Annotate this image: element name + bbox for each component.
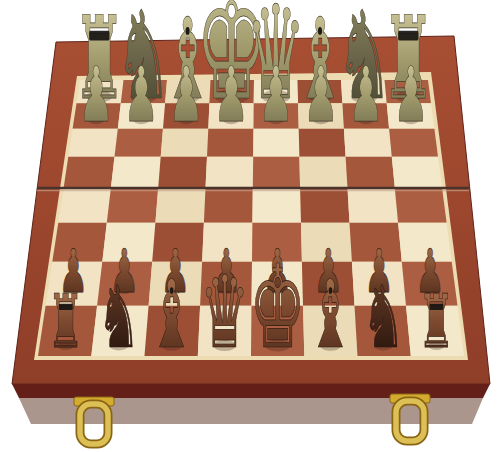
- square-h5[interactable]: [392, 157, 442, 188]
- bishop-finial: [318, 27, 322, 35]
- square-g4[interactable]: [348, 188, 399, 223]
- piece-glyph: ♝: [307, 260, 353, 369]
- rook-black-top: [89, 31, 109, 41]
- square-a4[interactable]: [58, 188, 111, 223]
- rook-black-top: [398, 31, 418, 41]
- piece-copper-rook-h1[interactable]: ♜: [418, 279, 454, 365]
- square-e5[interactable]: [253, 157, 300, 188]
- piece-brass-pawn-g7[interactable]: ♟: [348, 51, 383, 139]
- square-g5[interactable]: [346, 157, 395, 188]
- piece-copper-knight-b1[interactable]: ♞: [98, 268, 140, 367]
- piece-glyph: ♜: [48, 279, 84, 365]
- bishop-finial: [329, 287, 333, 294]
- piece-glyph: ♟: [303, 51, 338, 139]
- square-e4[interactable]: [252, 188, 301, 223]
- rook-black-top: [59, 304, 73, 310]
- chess-board: ♜♞♝♚♛♝♞♜♟♟♟♟♟♟♟♟♟♟♟♟♟♟♟♟♜♞♝♛♚♝♞♜: [0, 0, 500, 452]
- piece-glyph: ♟: [348, 51, 383, 139]
- piece-brass-pawn-b7[interactable]: ♟: [123, 51, 158, 139]
- piece-copper-queen-d1[interactable]: ♛: [200, 254, 249, 370]
- square-d5[interactable]: [206, 157, 254, 188]
- piece-copper-rook-a1[interactable]: ♜: [48, 279, 84, 365]
- piece-glyph: ♞: [98, 268, 140, 367]
- square-c5[interactable]: [158, 157, 207, 188]
- piece-glyph: ♝: [149, 260, 195, 369]
- piece-copper-knight-g1[interactable]: ♞: [362, 268, 404, 367]
- piece-glyph: ♟: [393, 51, 428, 139]
- piece-copper-king-e1[interactable]: ♚: [249, 240, 306, 374]
- piece-glyph: ♟: [123, 51, 158, 139]
- piece-brass-pawn-d7[interactable]: ♟: [213, 51, 248, 139]
- piece-brass-pawn-a7[interactable]: ♟: [78, 51, 113, 139]
- piece-glyph: ♚: [249, 240, 306, 374]
- bishop-finial: [186, 27, 190, 35]
- bishop-finial: [170, 287, 174, 294]
- piece-brass-pawn-f7[interactable]: ♟: [303, 51, 338, 139]
- piece-glyph: ♟: [213, 51, 248, 139]
- piece-brass-pawn-e7[interactable]: ♟: [258, 51, 293, 139]
- square-f4[interactable]: [300, 188, 349, 223]
- chess-set-product-photo: ♜♞♝♚♛♝♞♜♟♟♟♟♟♟♟♟♟♟♟♟♟♟♟♟♜♞♝♛♚♝♞♜: [0, 0, 500, 452]
- piece-brass-pawn-h7[interactable]: ♟: [393, 51, 428, 139]
- square-f5[interactable]: [299, 157, 347, 188]
- piece-glyph: ♜: [418, 279, 454, 365]
- square-b4[interactable]: [107, 188, 158, 223]
- piece-glyph: ♟: [258, 51, 293, 139]
- square-h4[interactable]: [395, 188, 447, 223]
- piece-copper-bishop-f1[interactable]: ♝: [307, 260, 353, 369]
- piece-brass-pawn-c7[interactable]: ♟: [168, 51, 203, 139]
- piece-glyph: ♟: [78, 51, 113, 139]
- rook-black-top: [429, 304, 443, 310]
- piece-glyph: ♞: [362, 268, 404, 367]
- piece-glyph: ♟: [168, 51, 203, 139]
- piece-glyph: ♛: [200, 254, 249, 370]
- square-d4[interactable]: [204, 188, 253, 223]
- square-b5[interactable]: [111, 157, 161, 188]
- square-a5[interactable]: [64, 157, 115, 188]
- square-c4[interactable]: [155, 188, 205, 223]
- piece-copper-bishop-c1[interactable]: ♝: [149, 260, 195, 369]
